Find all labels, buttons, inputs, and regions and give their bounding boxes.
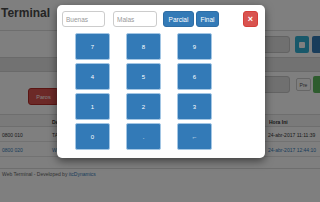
close-icon: × bbox=[248, 14, 253, 24]
numeric-keypad: 7 8 9 4 5 6 1 2 3 0 . ← bbox=[75, 33, 212, 150]
screen: Terminal Pre Paros Desc Hora Ini 0800 01… bbox=[0, 0, 320, 202]
key-5[interactable]: 5 bbox=[126, 63, 161, 90]
quantity-entry-modal: Parcial Final × 7 8 9 4 5 6 1 2 3 0 . ← bbox=[57, 5, 265, 158]
key-decimal[interactable]: . bbox=[126, 123, 161, 150]
final-button[interactable]: Final bbox=[196, 11, 219, 27]
key-backspace[interactable]: ← bbox=[177, 123, 212, 150]
key-6[interactable]: 6 bbox=[177, 63, 212, 90]
close-button[interactable]: × bbox=[243, 11, 258, 27]
key-1[interactable]: 1 bbox=[75, 93, 110, 120]
key-2[interactable]: 2 bbox=[126, 93, 161, 120]
malas-input[interactable] bbox=[113, 11, 157, 27]
key-3[interactable]: 3 bbox=[177, 93, 212, 120]
key-9[interactable]: 9 bbox=[177, 33, 212, 60]
parcial-button[interactable]: Parcial bbox=[163, 11, 194, 27]
key-8[interactable]: 8 bbox=[126, 33, 161, 60]
key-7[interactable]: 7 bbox=[75, 33, 110, 60]
key-0[interactable]: 0 bbox=[75, 123, 110, 150]
buenas-input[interactable] bbox=[62, 11, 105, 27]
key-4[interactable]: 4 bbox=[75, 63, 110, 90]
